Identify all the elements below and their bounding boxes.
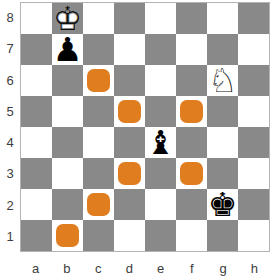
move-target-highlight[interactable]: [87, 69, 110, 92]
file-label-f: f: [176, 252, 207, 278]
rank-label-2: 2: [0, 190, 20, 221]
square-f5[interactable]: [176, 96, 207, 127]
square-a3[interactable]: [21, 158, 52, 189]
square-d3[interactable]: [114, 158, 145, 189]
square-c7[interactable]: [83, 34, 114, 65]
square-d8[interactable]: [114, 3, 145, 34]
square-a4[interactable]: [21, 127, 52, 158]
square-e1[interactable]: [145, 220, 176, 251]
square-d1[interactable]: [114, 220, 145, 251]
square-c5[interactable]: [83, 96, 114, 127]
rank-label-5: 5: [0, 96, 20, 127]
square-e2[interactable]: [145, 189, 176, 220]
square-f1[interactable]: [176, 220, 207, 251]
rank-label-4: 4: [0, 127, 20, 158]
square-b5[interactable]: [52, 96, 83, 127]
square-e6[interactable]: [145, 65, 176, 96]
square-f4[interactable]: [176, 127, 207, 158]
rank-label-8: 8: [0, 2, 20, 33]
square-c6[interactable]: [83, 65, 114, 96]
file-label-e: e: [145, 252, 176, 278]
square-b7[interactable]: ♟: [52, 34, 83, 65]
file-label-a: a: [20, 252, 51, 278]
square-d4[interactable]: [114, 127, 145, 158]
move-target-highlight[interactable]: [87, 193, 110, 216]
square-f6[interactable]: [176, 65, 207, 96]
square-g6[interactable]: ♞♘: [207, 65, 238, 96]
square-h2[interactable]: [238, 189, 269, 220]
square-h4[interactable]: [238, 127, 269, 158]
square-a6[interactable]: [21, 65, 52, 96]
move-target-highlight[interactable]: [118, 100, 141, 123]
square-g2[interactable]: ♚: [207, 189, 238, 220]
square-g5[interactable]: [207, 96, 238, 127]
square-d7[interactable]: [114, 34, 145, 65]
square-b4[interactable]: [52, 127, 83, 158]
file-label-c: c: [83, 252, 114, 278]
square-h3[interactable]: [238, 158, 269, 189]
move-target-highlight[interactable]: [180, 100, 203, 123]
black-bishop[interactable]: ♝: [146, 127, 176, 158]
black-pawn[interactable]: ♟: [53, 34, 83, 65]
chess-board-widget: 87654321 ♚♔♟♞♘♝♚ abcdefgh: [0, 0, 280, 280]
file-label-h: h: [239, 252, 270, 278]
square-e3[interactable]: [145, 158, 176, 189]
square-a7[interactable]: [21, 34, 52, 65]
square-h1[interactable]: [238, 220, 269, 251]
square-e8[interactable]: [145, 3, 176, 34]
square-g4[interactable]: [207, 127, 238, 158]
white-knight-outline: ♘: [208, 61, 238, 100]
move-target-highlight[interactable]: [118, 162, 141, 185]
square-c2[interactable]: [83, 189, 114, 220]
rank-label-3: 3: [0, 158, 20, 189]
black-king[interactable]: ♚: [208, 189, 238, 220]
white-knight[interactable]: ♞♘: [208, 65, 238, 96]
square-b3[interactable]: [52, 158, 83, 189]
file-label-b: b: [51, 252, 82, 278]
rank-label-7: 7: [0, 33, 20, 64]
rank-labels: 87654321: [0, 2, 20, 252]
square-h8[interactable]: [238, 3, 269, 34]
square-h6[interactable]: [238, 65, 269, 96]
square-a5[interactable]: [21, 96, 52, 127]
square-g1[interactable]: [207, 220, 238, 251]
square-c1[interactable]: [83, 220, 114, 251]
file-label-d: d: [114, 252, 145, 278]
square-a1[interactable]: [21, 220, 52, 251]
square-g8[interactable]: [207, 3, 238, 34]
square-c3[interactable]: [83, 158, 114, 189]
square-d2[interactable]: [114, 189, 145, 220]
square-c8[interactable]: [83, 3, 114, 34]
square-e7[interactable]: [145, 34, 176, 65]
square-h7[interactable]: [238, 34, 269, 65]
square-h5[interactable]: [238, 96, 269, 127]
square-f3[interactable]: [176, 158, 207, 189]
square-f2[interactable]: [176, 189, 207, 220]
move-target-highlight[interactable]: [56, 224, 79, 247]
square-e4[interactable]: ♝: [145, 127, 176, 158]
square-b6[interactable]: [52, 65, 83, 96]
chess-board[interactable]: ♚♔♟♞♘♝♚: [20, 2, 270, 252]
file-label-g: g: [208, 252, 239, 278]
square-f8[interactable]: [176, 3, 207, 34]
square-d6[interactable]: [114, 65, 145, 96]
square-c4[interactable]: [83, 127, 114, 158]
square-b1[interactable]: [52, 220, 83, 251]
move-target-highlight[interactable]: [180, 162, 203, 185]
square-b2[interactable]: [52, 189, 83, 220]
square-d5[interactable]: [114, 96, 145, 127]
file-labels: abcdefgh: [20, 252, 270, 278]
square-a2[interactable]: [21, 189, 52, 220]
square-f7[interactable]: [176, 34, 207, 65]
rank-label-6: 6: [0, 65, 20, 96]
rank-label-1: 1: [0, 221, 20, 252]
square-a8[interactable]: [21, 3, 52, 34]
